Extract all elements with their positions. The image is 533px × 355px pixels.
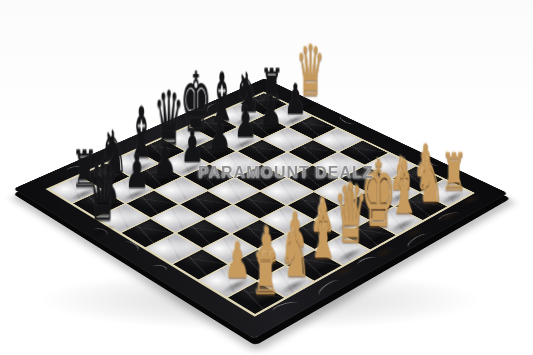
watermark-text: PARAMOUNT DEALZ xyxy=(198,164,374,182)
product-photo: ♜♞♝♛♚♝♞♜♟♟♟♟♟♟♟♟♟♟♟♟♟♟♟♟♜♞♝♛♚♝♞♜♛♛ PARAM… xyxy=(0,0,533,355)
